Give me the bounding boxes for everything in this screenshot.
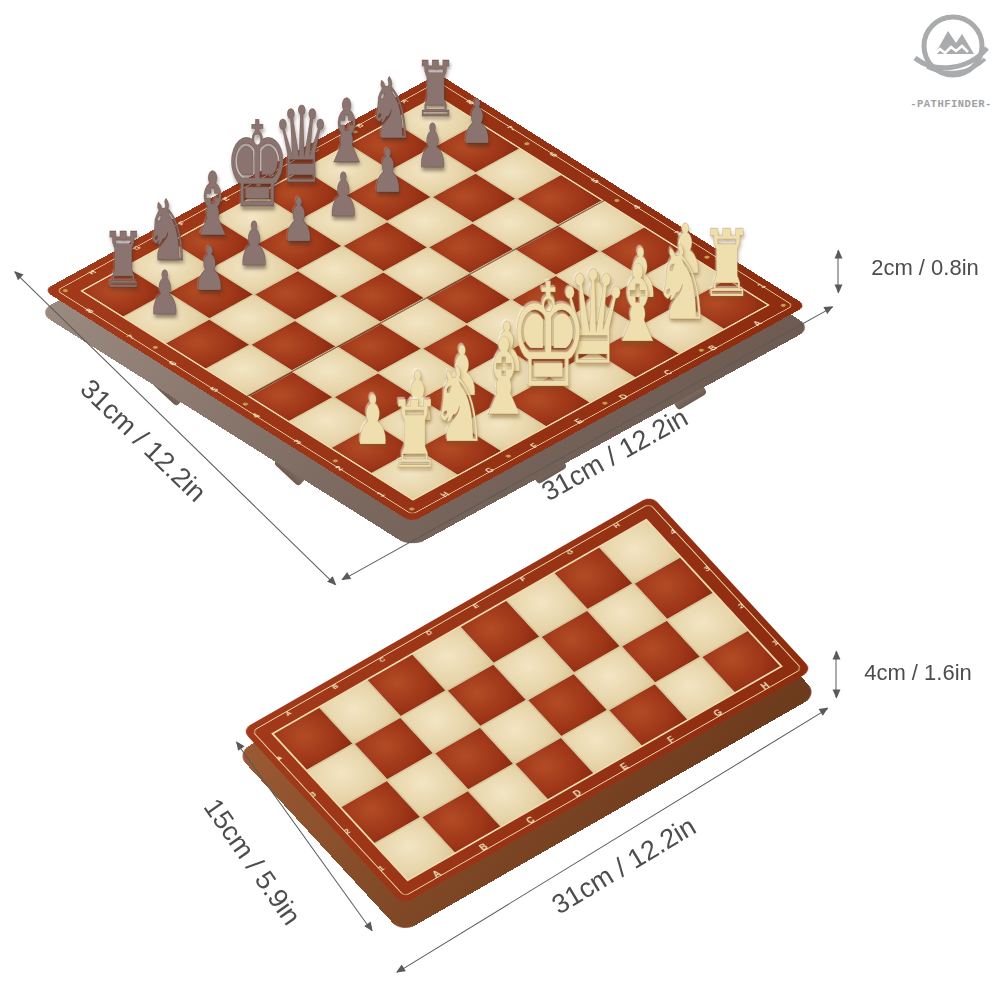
rank-label: 6	[167, 360, 179, 367]
brand-name-text: -PATHFINDER-	[896, 98, 1000, 110]
file-label: G	[483, 466, 496, 474]
measure-arrow-open-thickness	[838, 251, 839, 293]
rank-label: 5	[208, 386, 220, 393]
rank-label: 7	[506, 125, 518, 132]
file-label: D	[571, 788, 583, 798]
file-label: A	[751, 320, 764, 328]
rank-label: 3	[672, 230, 684, 237]
file-label: C	[524, 815, 536, 825]
rank-label: 6	[547, 151, 559, 158]
rank-label: 8	[83, 307, 95, 314]
rank-label: 1	[755, 282, 767, 289]
rank-label: 4	[250, 412, 262, 419]
file-label: F	[518, 575, 527, 583]
rank-label: 2	[342, 827, 352, 836]
file-label: B	[477, 842, 489, 852]
rank-label: 3	[702, 564, 712, 573]
rank-label: 1	[376, 864, 386, 873]
file-label: G	[712, 708, 725, 719]
rank-label: 2	[333, 464, 345, 471]
file-label: E	[220, 196, 231, 203]
file-label: F	[665, 735, 676, 745]
file-label: G	[565, 548, 575, 557]
dim-label-open-thickness: 2cm / 0.8in	[871, 255, 979, 281]
file-label: H	[759, 681, 771, 691]
brand-logo: -PATHFINDER-	[896, 4, 1000, 110]
file-label: D	[617, 393, 630, 401]
rank-label: ▴	[274, 753, 284, 761]
file-label: C	[377, 655, 387, 663]
rank-label: 1	[375, 491, 387, 498]
file-label: C	[662, 369, 675, 377]
file-label: H	[439, 491, 452, 499]
rim-screw-dots	[43, 288, 50, 292]
rank-label: 8	[464, 98, 476, 105]
rank-label: 3	[308, 790, 318, 799]
file-label: F	[176, 220, 187, 227]
file-label: B	[706, 344, 719, 352]
rank-label: 5	[589, 177, 601, 184]
file-label: B	[354, 122, 366, 129]
file-label: A	[430, 869, 442, 879]
rank-label: 2	[736, 601, 746, 610]
rank-label: 1	[770, 638, 780, 647]
file-label: E	[618, 762, 630, 772]
file-label: A	[399, 98, 411, 105]
file-label: G	[131, 244, 143, 251]
file-label: E	[573, 418, 585, 425]
file-label: E	[471, 602, 481, 610]
file-label: C	[309, 147, 321, 154]
file-label: A	[283, 709, 293, 717]
pathfinder-logo-icon	[905, 4, 997, 92]
product-photo-chess-set: -PATHFINDER- HGFEDCBAHGFEDCBA87654321876…	[0, 0, 1000, 1000]
measure-arrow-folded-thickness	[836, 652, 837, 698]
rank-label: 2	[714, 256, 726, 263]
rank-label: 4	[668, 527, 678, 536]
file-label: H	[612, 521, 622, 529]
rank-label: 7	[125, 333, 137, 340]
file-label: H	[86, 269, 98, 276]
dim-label-folded-thickness: 4cm / 1.6in	[864, 660, 972, 686]
file-label: D	[424, 629, 434, 637]
dim-label-folded-width: 15cm / 5.9in	[197, 793, 307, 931]
file-label: F	[528, 442, 540, 449]
rank-label: 3	[291, 438, 303, 445]
rank-label: 4	[630, 203, 642, 210]
file-label: D	[265, 171, 277, 178]
file-label: B	[330, 682, 340, 690]
